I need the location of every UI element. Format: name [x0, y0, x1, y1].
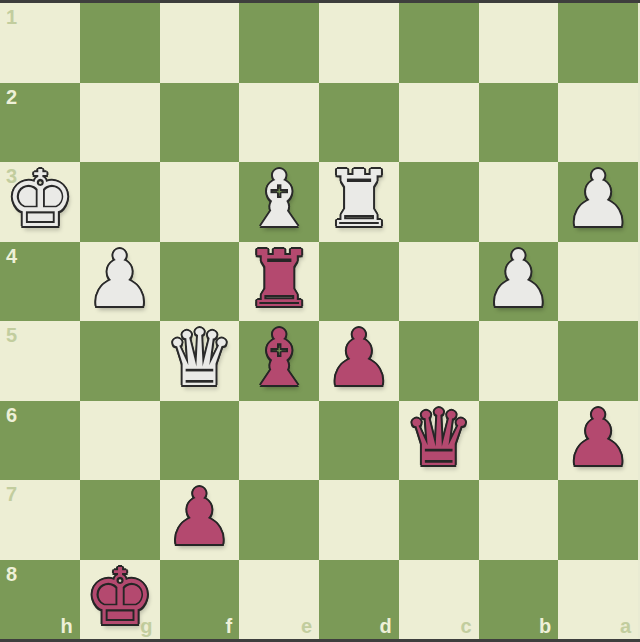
square-a5[interactable]: [558, 321, 638, 401]
piece-white-rook[interactable]: ♜: [324, 160, 394, 239]
square-g5[interactable]: [80, 321, 160, 401]
file-label: f: [226, 616, 233, 636]
square-d3[interactable]: ♜: [319, 162, 399, 242]
piece-white-pawn[interactable]: ♟: [563, 160, 633, 239]
square-b4[interactable]: ♟: [479, 242, 559, 322]
piece-black-king[interactable]: ♚: [85, 558, 155, 637]
square-b2[interactable]: [479, 83, 559, 163]
square-c8[interactable]: c: [399, 560, 479, 640]
rank-label: 1: [6, 7, 17, 27]
piece-white-bishop[interactable]: ♝: [244, 160, 314, 239]
square-g6[interactable]: [80, 401, 160, 481]
square-e3[interactable]: ♝: [239, 162, 319, 242]
piece-white-queen[interactable]: ♛: [164, 319, 234, 398]
file-label: c: [460, 616, 471, 636]
file-label: d: [380, 616, 392, 636]
square-f1[interactable]: [160, 3, 240, 83]
square-d7[interactable]: [319, 480, 399, 560]
square-f7[interactable]: ♟: [160, 480, 240, 560]
square-h8[interactable]: 8h: [0, 560, 80, 640]
piece-white-pawn[interactable]: ♟: [483, 240, 553, 319]
square-c4[interactable]: [399, 242, 479, 322]
square-e6[interactable]: [239, 401, 319, 481]
square-c6[interactable]: ♛: [399, 401, 479, 481]
square-e7[interactable]: [239, 480, 319, 560]
square-a2[interactable]: [558, 83, 638, 163]
square-a7[interactable]: [558, 480, 638, 560]
square-c7[interactable]: [399, 480, 479, 560]
square-d4[interactable]: [319, 242, 399, 322]
rank-label: 5: [6, 325, 17, 345]
square-d8[interactable]: d: [319, 560, 399, 640]
square-b6[interactable]: [479, 401, 559, 481]
rank-label: 2: [6, 87, 17, 107]
square-d2[interactable]: [319, 83, 399, 163]
piece-white-king[interactable]: ♚: [5, 160, 75, 239]
square-e2[interactable]: [239, 83, 319, 163]
file-label: h: [61, 616, 73, 636]
square-h4[interactable]: 4: [0, 242, 80, 322]
square-a3[interactable]: ♟: [558, 162, 638, 242]
square-h5[interactable]: 5: [0, 321, 80, 401]
chess-board: 123♚♝♜♟4♟♜♟5♛♝♟6♛♟7♟8hg♚fedcba: [0, 3, 638, 639]
rank-label: 8: [6, 564, 17, 584]
square-f4[interactable]: [160, 242, 240, 322]
window-edge-top: [0, 0, 640, 3]
board-area: 123♚♝♜♟4♟♜♟5♛♝♟6♛♟7♟8hg♚fedcba: [0, 3, 640, 639]
square-c5[interactable]: [399, 321, 479, 401]
square-c3[interactable]: [399, 162, 479, 242]
square-h1[interactable]: 1: [0, 3, 80, 83]
square-b3[interactable]: [479, 162, 559, 242]
square-f3[interactable]: [160, 162, 240, 242]
square-h6[interactable]: 6: [0, 401, 80, 481]
square-b7[interactable]: [479, 480, 559, 560]
square-d5[interactable]: ♟: [319, 321, 399, 401]
piece-black-rook[interactable]: ♜: [244, 240, 314, 319]
square-f5[interactable]: ♛: [160, 321, 240, 401]
rank-label: 4: [6, 246, 17, 266]
square-g3[interactable]: [80, 162, 160, 242]
file-label: e: [301, 616, 312, 636]
square-e4[interactable]: ♜: [239, 242, 319, 322]
square-c1[interactable]: [399, 3, 479, 83]
square-e8[interactable]: e: [239, 560, 319, 640]
chess-app-window: 123♚♝♜♟4♟♜♟5♛♝♟6♛♟7♟8hg♚fedcba: [0, 0, 640, 642]
square-b1[interactable]: [479, 3, 559, 83]
square-f6[interactable]: [160, 401, 240, 481]
square-f2[interactable]: [160, 83, 240, 163]
square-g8[interactable]: g♚: [80, 560, 160, 640]
square-a8[interactable]: a: [558, 560, 638, 640]
square-a6[interactable]: ♟: [558, 401, 638, 481]
square-b5[interactable]: [479, 321, 559, 401]
piece-black-queen[interactable]: ♛: [404, 399, 474, 478]
file-label: b: [539, 616, 551, 636]
rank-label: 6: [6, 405, 17, 425]
square-c2[interactable]: [399, 83, 479, 163]
square-b8[interactable]: b: [479, 560, 559, 640]
piece-white-pawn[interactable]: ♟: [85, 240, 155, 319]
rank-label: 7: [6, 484, 17, 504]
square-g1[interactable]: [80, 3, 160, 83]
square-f8[interactable]: f: [160, 560, 240, 640]
piece-black-pawn[interactable]: ♟: [324, 319, 394, 398]
piece-black-pawn[interactable]: ♟: [164, 478, 234, 557]
square-h3[interactable]: 3♚: [0, 162, 80, 242]
square-g7[interactable]: [80, 480, 160, 560]
square-d1[interactable]: [319, 3, 399, 83]
piece-black-pawn[interactable]: ♟: [563, 399, 633, 478]
square-a1[interactable]: [558, 3, 638, 83]
square-e5[interactable]: ♝: [239, 321, 319, 401]
square-d6[interactable]: [319, 401, 399, 481]
file-label: a: [620, 616, 631, 636]
piece-black-bishop[interactable]: ♝: [244, 319, 314, 398]
square-a4[interactable]: [558, 242, 638, 322]
square-h7[interactable]: 7: [0, 480, 80, 560]
square-h2[interactable]: 2: [0, 83, 80, 163]
square-e1[interactable]: [239, 3, 319, 83]
square-g4[interactable]: ♟: [80, 242, 160, 322]
square-g2[interactable]: [80, 83, 160, 163]
